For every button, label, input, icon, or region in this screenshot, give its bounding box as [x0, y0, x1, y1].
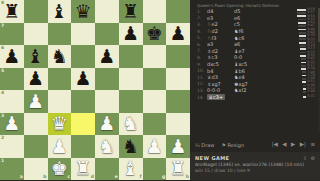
black-pawn-e6[interactable]: ♟	[95, 45, 119, 68]
move-row-5: 5.♘f3♞c69:389:31	[190, 34, 317, 41]
square-d6[interactable]	[71, 45, 95, 68]
black-move[interactable]: ♞c6	[234, 35, 261, 41]
square-e5[interactable]	[95, 68, 119, 91]
time-bar	[302, 71, 306, 73]
draw-half-icon: ½	[195, 142, 200, 148]
resign-label: Resign	[227, 142, 244, 148]
white-pawn-a3[interactable]: ♟	[0, 113, 24, 136]
square-c6[interactable]: ♞	[48, 45, 72, 68]
square-e8[interactable]	[95, 0, 119, 23]
prev-move-icon[interactable]: ◀	[282, 142, 286, 148]
square-c5[interactable]	[48, 68, 72, 91]
white-move[interactable]: 0-0-0	[207, 87, 234, 93]
black-move[interactable]: ♝b6	[234, 68, 261, 74]
draw-label: Draw	[201, 142, 214, 148]
move-number: 9.	[197, 62, 207, 67]
file-label-b: b	[43, 175, 46, 180]
white-rook-h1[interactable]: ♜	[166, 158, 190, 181]
new-game-box: NEW GAME ⇧ ⚙ AnnNagel (1345) vs. warrior…	[190, 152, 320, 180]
white-move[interactable]: a3	[207, 41, 234, 47]
square-b5[interactable]: ♟	[24, 68, 48, 91]
time-bar	[302, 78, 306, 80]
white-move[interactable]: ♘f3	[207, 35, 234, 41]
time-bar	[300, 52, 306, 54]
chess-board[interactable]: 8♜♝♛♜7♟♚♟6♟♝♞♟5♟♟4♟3♟♛♟♞2♟♞♞♟♟1abc♚d♜ef♝…	[0, 0, 190, 180]
move-number: 6.	[197, 42, 207, 47]
black-pawn-h7[interactable]: ♟	[166, 23, 190, 46]
square-e2[interactable]: ♞	[95, 135, 119, 158]
next-move-icon[interactable]: ▶	[291, 142, 295, 148]
white-move[interactable]: ♕d3	[207, 74, 234, 80]
square-c3[interactable]: ♛	[48, 113, 72, 136]
time-text: 5:31	[307, 95, 315, 99]
time-bar	[303, 96, 306, 98]
square-a4[interactable]: 4	[0, 90, 24, 113]
black-move[interactable]: c5	[234, 21, 261, 27]
time-bar	[301, 68, 306, 70]
black-pawn-b5[interactable]: ♟	[24, 68, 48, 91]
time-bar	[299, 35, 306, 37]
square-g7[interactable]: ♚	[143, 23, 167, 46]
new-game-title: NEW GAME	[195, 155, 229, 161]
share-icon[interactable]: ⇧	[303, 155, 307, 161]
square-a6[interactable]: 6♟	[0, 45, 24, 68]
time-bar	[301, 58, 306, 60]
square-h8[interactable]	[166, 0, 190, 23]
time-bar	[300, 55, 306, 57]
black-pawn-d5[interactable]: ♟	[71, 68, 95, 91]
black-move[interactable]: ♞xf2	[234, 87, 261, 93]
move-number: 13.	[197, 88, 207, 93]
square-g8[interactable]	[143, 0, 167, 23]
time-bar	[298, 22, 306, 24]
square-e7[interactable]	[95, 23, 119, 46]
white-pawn-g2[interactable]: ♟	[143, 135, 167, 158]
time-bar	[297, 9, 306, 11]
time-bar	[300, 48, 306, 50]
file-label-a: a	[20, 175, 23, 180]
square-b3[interactable]	[24, 113, 48, 136]
white-knight-f3[interactable]: ♞	[119, 113, 143, 136]
black-move[interactable]: a6	[234, 41, 261, 47]
square-d7[interactable]	[71, 23, 95, 46]
white-move[interactable]: dxc5	[207, 61, 234, 67]
square-d4[interactable]	[71, 90, 95, 113]
move-clocks: 6:125:49	[303, 87, 315, 94]
move-row-7: 7.♗d2♝e79:139:02	[190, 48, 317, 55]
square-a8[interactable]: 8♜	[0, 0, 24, 23]
move-number: 14.	[197, 95, 207, 100]
time-bar	[303, 85, 306, 87]
move-number: 7.	[197, 48, 207, 53]
move-clocks: 5:31	[303, 95, 315, 98]
square-f6[interactable]	[119, 45, 143, 68]
move-list: 1.d4d59:589:572.e3e69:559:523.♘e2c59:519…	[190, 8, 317, 100]
square-c7[interactable]	[48, 23, 72, 46]
square-h4[interactable]	[166, 90, 190, 113]
black-move[interactable]: ♚xg7	[234, 81, 261, 87]
square-a3[interactable]: 3♟	[0, 113, 24, 136]
game-toolbar: ½ Draw ⚑ Resign |◀ ◀ ▶ ▶| ≡	[190, 138, 320, 152]
square-f5[interactable]	[119, 68, 143, 91]
time-bar	[299, 32, 306, 34]
time-bar	[302, 81, 306, 83]
white-move[interactable]: ♕c3+	[207, 94, 234, 100]
square-g2[interactable]: ♟	[143, 135, 167, 158]
square-a7[interactable]: 7	[0, 23, 24, 46]
time-bar	[303, 91, 306, 93]
move-row-8: 8.♗c30-08:558:41	[190, 54, 317, 61]
square-b1[interactable]: b	[24, 158, 48, 181]
black-queen-d8[interactable]: ♛	[71, 0, 95, 23]
square-a5[interactable]: 5	[0, 68, 24, 91]
black-rook-a8[interactable]: ♜	[0, 0, 24, 23]
move-number: 10.	[197, 68, 207, 73]
opening-name: Queen's Pawn Opening: Horwitz Defense	[190, 0, 320, 8]
black-move[interactable]: e6	[234, 15, 261, 21]
white-move[interactable]: ♗d2	[207, 48, 234, 54]
move-row-4: 4.♘d2♞f69:469:40	[190, 28, 317, 35]
time-bar	[298, 25, 306, 27]
black-rook-f8[interactable]: ♜	[119, 0, 143, 23]
time-bar	[303, 88, 306, 90]
square-g3[interactable]	[143, 113, 167, 136]
time-bar	[299, 38, 306, 40]
white-move[interactable]: ♗xg7	[207, 81, 234, 87]
black-pawn-f7[interactable]: ♟	[119, 23, 143, 46]
white-move[interactable]: b4	[207, 68, 234, 74]
white-move[interactable]: e3	[207, 15, 234, 21]
white-move[interactable]: ♗c3	[207, 54, 234, 60]
square-c1[interactable]: c♚	[48, 158, 72, 181]
square-c8[interactable]: ♝	[48, 0, 72, 23]
draw-button[interactable]: ½ Draw	[195, 142, 214, 148]
resign-button[interactable]: ⚑ Resign	[221, 142, 244, 148]
move-menu-icon[interactable]: ≡	[310, 142, 315, 148]
black-move[interactable]: ♞e4	[234, 74, 261, 80]
white-knight-e2[interactable]: ♞	[95, 135, 119, 158]
white-king-c1[interactable]: ♚	[48, 158, 72, 181]
square-g1[interactable]: g	[143, 158, 167, 181]
white-move[interactable]: ♘e2	[207, 21, 234, 27]
black-king-g7[interactable]: ♚	[143, 23, 167, 46]
first-move-icon[interactable]: |◀	[272, 142, 278, 148]
rank-label-5: 5	[1, 69, 4, 74]
square-f1[interactable]: f♝	[119, 158, 143, 181]
black-bishop-b6[interactable]: ♝	[24, 45, 48, 68]
white-pawn-c2[interactable]: ♟	[48, 135, 72, 158]
move-row-10: 10.b4♝b68:047:46	[190, 67, 317, 74]
move-row-14: 14.♕c3+5:31	[190, 94, 317, 101]
square-f2[interactable]: ♞	[119, 135, 143, 158]
square-b6[interactable]: ♝	[24, 45, 48, 68]
white-pawn-h2[interactable]: ♟	[166, 135, 190, 158]
square-h1[interactable]: h♜	[166, 158, 190, 181]
move-number: 8.	[197, 55, 207, 60]
square-h3[interactable]	[166, 113, 190, 136]
rank-label-4: 4	[1, 91, 4, 96]
square-d5[interactable]: ♟	[71, 68, 95, 91]
square-d3[interactable]	[71, 113, 95, 136]
black-move[interactable]: ♝e7	[234, 48, 261, 54]
resign-flag-icon: ⚑	[221, 142, 225, 148]
record-text: win 15 / draw 10 / loss 9	[195, 168, 315, 173]
move-number: 11.	[197, 75, 207, 80]
move-number: 12.	[197, 81, 207, 86]
rank-label-7: 7	[1, 24, 4, 29]
square-f4[interactable]	[119, 90, 143, 113]
square-h5[interactable]	[166, 68, 190, 91]
square-a2[interactable]: 2	[0, 135, 24, 158]
black-move[interactable]: ♝xc5	[234, 61, 261, 67]
time-bar	[300, 45, 306, 47]
square-f7[interactable]: ♟	[119, 23, 143, 46]
white-rook-d1[interactable]: ♜	[71, 158, 95, 181]
move-number: 3.	[197, 22, 207, 27]
square-b2[interactable]	[24, 135, 48, 158]
time-bar	[301, 65, 306, 67]
time-bar	[298, 19, 306, 21]
square-h7[interactable]: ♟	[166, 23, 190, 46]
square-e1[interactable]: e	[95, 158, 119, 181]
black-move[interactable]: d5	[234, 8, 261, 14]
move-row-9: 9.dxc5♝xc58:328:17	[190, 61, 317, 68]
square-e3[interactable]: ♟	[95, 113, 119, 136]
square-e6[interactable]: ♟	[95, 45, 119, 68]
black-bishop-c8[interactable]: ♝	[48, 0, 72, 23]
time-bar	[298, 29, 306, 31]
time-bar	[297, 12, 306, 14]
white-move[interactable]: ♘d2	[207, 28, 234, 34]
time-bar	[302, 75, 306, 77]
square-c4[interactable]	[48, 90, 72, 113]
square-h6[interactable]	[166, 45, 190, 68]
move-row-13: 13.0-0-0♞xf26:125:49	[190, 87, 317, 94]
square-a1[interactable]: 1a	[0, 158, 24, 181]
square-d2[interactable]	[71, 135, 95, 158]
move-row-3: 3.♘e2c59:519:47	[190, 21, 317, 28]
last-move-icon[interactable]: ▶|	[300, 142, 306, 148]
white-queen-c3[interactable]: ♛	[48, 113, 72, 136]
square-e4[interactable]	[95, 90, 119, 113]
move-number: 4.	[197, 29, 207, 34]
square-f3[interactable]: ♞	[119, 113, 143, 136]
move-nav: |◀ ◀ ▶ ▶| ≡	[272, 142, 315, 148]
move-row-2: 2.e3e69:559:52	[190, 15, 317, 22]
rank-label-2: 2	[1, 136, 4, 141]
white-pawn-b4[interactable]: ♟	[24, 90, 48, 113]
black-pawn-a6[interactable]: ♟	[0, 45, 24, 68]
white-bishop-f1[interactable]: ♝	[119, 158, 143, 181]
black-move[interactable]: 0-0	[234, 54, 261, 60]
square-d8[interactable]: ♛	[71, 0, 95, 23]
move-number: 1.	[197, 9, 207, 14]
square-b4[interactable]: ♟	[24, 90, 48, 113]
chess-app: 8♜♝♛♜7♟♚♟6♟♝♞♟5♟♟4♟3♟♛♟♞2♟♞♞♟♟1abc♚d♜ef♝…	[0, 0, 320, 180]
square-c2[interactable]: ♟	[48, 135, 72, 158]
time-bar	[299, 42, 306, 44]
square-f8[interactable]: ♜	[119, 0, 143, 23]
black-knight-c6[interactable]: ♞	[48, 45, 72, 68]
file-label-g: g	[162, 175, 165, 180]
white-move[interactable]: d4	[207, 8, 234, 14]
move-row-6: 6.a3a69:279:18	[190, 41, 317, 48]
black-knight-f2[interactable]: ♞	[119, 135, 143, 158]
move-number: 5.	[197, 35, 207, 40]
move-row-12: 12.♗xg7♚xg76:516:30	[190, 81, 317, 88]
square-g6[interactable]	[143, 45, 167, 68]
gear-icon[interactable]: ⚙	[311, 155, 315, 161]
file-label-e: e	[115, 175, 118, 180]
rank-label-1: 1	[1, 159, 4, 164]
square-g5[interactable]	[143, 68, 167, 91]
time-bar	[301, 62, 306, 64]
white-pawn-e3[interactable]: ♟	[95, 113, 119, 136]
square-g4[interactable]	[143, 90, 167, 113]
time-bar	[297, 15, 306, 17]
square-h2[interactable]: ♟	[166, 135, 190, 158]
square-b8[interactable]	[24, 0, 48, 23]
black-move[interactable]: ♞f6	[234, 28, 261, 34]
matchup-text: AnnNagel (1345) vs. warrior276 (1348) (1…	[195, 162, 315, 167]
square-b7[interactable]	[24, 23, 48, 46]
move-number: 2.	[197, 15, 207, 20]
move-row-11: 11.♕d3♞e47:297:08	[190, 74, 317, 81]
move-row-1: 1.d4d59:589:57	[190, 8, 317, 15]
square-d1[interactable]: d♜	[71, 158, 95, 181]
